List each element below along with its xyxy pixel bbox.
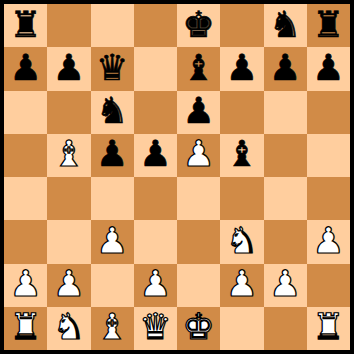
square-a5[interactable] bbox=[4, 134, 47, 177]
black-pawn-piece[interactable]: ♟ bbox=[269, 50, 301, 86]
white-pawn-piece[interactable]: ♟ bbox=[226, 266, 258, 302]
square-b6[interactable] bbox=[47, 91, 90, 134]
square-h2[interactable] bbox=[307, 264, 350, 307]
black-knight-piece[interactable]: ♞ bbox=[96, 93, 128, 129]
square-c7[interactable]: ♛ bbox=[91, 47, 134, 90]
square-e4[interactable] bbox=[177, 177, 220, 220]
black-pawn-piece[interactable]: ♟ bbox=[226, 50, 258, 86]
square-f4[interactable] bbox=[220, 177, 263, 220]
square-h3[interactable]: ♟ bbox=[307, 220, 350, 263]
square-g7[interactable]: ♟ bbox=[264, 47, 307, 90]
square-c2[interactable] bbox=[91, 264, 134, 307]
white-pawn-piece[interactable]: ♟ bbox=[182, 136, 214, 172]
chess-board: ♜♚♞♜♟♟♛♝♟♟♟♞♟♝♟♟♟♝♟♞♟♟♟♟♟♟♜♞♝♛♚♜ bbox=[0, 0, 354, 354]
black-pawn-piece[interactable]: ♟ bbox=[312, 50, 344, 86]
black-bishop-piece[interactable]: ♝ bbox=[226, 136, 258, 172]
white-queen-piece[interactable]: ♛ bbox=[139, 309, 171, 345]
square-f6[interactable] bbox=[220, 91, 263, 134]
square-d3[interactable] bbox=[134, 220, 177, 263]
square-e5[interactable]: ♟ bbox=[177, 134, 220, 177]
square-g3[interactable] bbox=[264, 220, 307, 263]
black-pawn-piece[interactable]: ♟ bbox=[96, 136, 128, 172]
white-bishop-piece[interactable]: ♝ bbox=[96, 309, 128, 345]
square-h7[interactable]: ♟ bbox=[307, 47, 350, 90]
square-g5[interactable] bbox=[264, 134, 307, 177]
square-g1[interactable] bbox=[264, 307, 307, 350]
square-e3[interactable] bbox=[177, 220, 220, 263]
square-e2[interactable] bbox=[177, 264, 220, 307]
square-a3[interactable] bbox=[4, 220, 47, 263]
square-f8[interactable] bbox=[220, 4, 263, 47]
square-e7[interactable]: ♝ bbox=[177, 47, 220, 90]
black-rook-piece[interactable]: ♜ bbox=[312, 7, 344, 43]
square-a1[interactable]: ♜ bbox=[4, 307, 47, 350]
square-b3[interactable] bbox=[47, 220, 90, 263]
white-pawn-piece[interactable]: ♟ bbox=[53, 266, 85, 302]
white-pawn-piece[interactable]: ♟ bbox=[139, 266, 171, 302]
square-g4[interactable] bbox=[264, 177, 307, 220]
black-pawn-piece[interactable]: ♟ bbox=[182, 93, 214, 129]
square-c1[interactable]: ♝ bbox=[91, 307, 134, 350]
white-rook-piece[interactable]: ♜ bbox=[312, 309, 344, 345]
square-d4[interactable] bbox=[134, 177, 177, 220]
square-c5[interactable]: ♟ bbox=[91, 134, 134, 177]
white-bishop-piece[interactable]: ♝ bbox=[53, 136, 85, 172]
square-c4[interactable] bbox=[91, 177, 134, 220]
square-h5[interactable] bbox=[307, 134, 350, 177]
square-c6[interactable]: ♞ bbox=[91, 91, 134, 134]
square-f2[interactable]: ♟ bbox=[220, 264, 263, 307]
black-king-piece[interactable]: ♚ bbox=[182, 7, 214, 43]
square-d7[interactable] bbox=[134, 47, 177, 90]
square-e6[interactable]: ♟ bbox=[177, 91, 220, 134]
white-pawn-piece[interactable]: ♟ bbox=[96, 223, 128, 259]
black-queen-piece[interactable]: ♛ bbox=[96, 50, 128, 86]
white-knight-piece[interactable]: ♞ bbox=[53, 309, 85, 345]
square-h6[interactable] bbox=[307, 91, 350, 134]
square-g2[interactable]: ♟ bbox=[264, 264, 307, 307]
square-g8[interactable]: ♞ bbox=[264, 4, 307, 47]
square-f7[interactable]: ♟ bbox=[220, 47, 263, 90]
square-b1[interactable]: ♞ bbox=[47, 307, 90, 350]
square-f5[interactable]: ♝ bbox=[220, 134, 263, 177]
square-d5[interactable]: ♟ bbox=[134, 134, 177, 177]
square-d1[interactable]: ♛ bbox=[134, 307, 177, 350]
square-a2[interactable]: ♟ bbox=[4, 264, 47, 307]
black-pawn-piece[interactable]: ♟ bbox=[9, 50, 41, 86]
square-e1[interactable]: ♚ bbox=[177, 307, 220, 350]
square-b5[interactable]: ♝ bbox=[47, 134, 90, 177]
square-c8[interactable] bbox=[91, 4, 134, 47]
square-e8[interactable]: ♚ bbox=[177, 4, 220, 47]
square-b8[interactable] bbox=[47, 4, 90, 47]
white-rook-piece[interactable]: ♜ bbox=[9, 309, 41, 345]
black-pawn-piece[interactable]: ♟ bbox=[53, 50, 85, 86]
white-knight-piece[interactable]: ♞ bbox=[226, 223, 258, 259]
square-a7[interactable]: ♟ bbox=[4, 47, 47, 90]
square-b7[interactable]: ♟ bbox=[47, 47, 90, 90]
black-pawn-piece[interactable]: ♟ bbox=[139, 136, 171, 172]
square-b2[interactable]: ♟ bbox=[47, 264, 90, 307]
white-king-piece[interactable]: ♚ bbox=[182, 309, 214, 345]
square-f3[interactable]: ♞ bbox=[220, 220, 263, 263]
square-f1[interactable] bbox=[220, 307, 263, 350]
square-b4[interactable] bbox=[47, 177, 90, 220]
black-rook-piece[interactable]: ♜ bbox=[9, 7, 41, 43]
square-c3[interactable]: ♟ bbox=[91, 220, 134, 263]
black-knight-piece[interactable]: ♞ bbox=[269, 7, 301, 43]
square-h4[interactable] bbox=[307, 177, 350, 220]
square-g6[interactable] bbox=[264, 91, 307, 134]
square-a8[interactable]: ♜ bbox=[4, 4, 47, 47]
white-pawn-piece[interactable]: ♟ bbox=[312, 223, 344, 259]
square-d6[interactable] bbox=[134, 91, 177, 134]
square-d8[interactable] bbox=[134, 4, 177, 47]
square-a6[interactable] bbox=[4, 91, 47, 134]
square-a4[interactable] bbox=[4, 177, 47, 220]
square-h8[interactable]: ♜ bbox=[307, 4, 350, 47]
square-d2[interactable]: ♟ bbox=[134, 264, 177, 307]
square-h1[interactable]: ♜ bbox=[307, 307, 350, 350]
white-pawn-piece[interactable]: ♟ bbox=[9, 266, 41, 302]
black-bishop-piece[interactable]: ♝ bbox=[182, 50, 214, 86]
white-pawn-piece[interactable]: ♟ bbox=[269, 266, 301, 302]
